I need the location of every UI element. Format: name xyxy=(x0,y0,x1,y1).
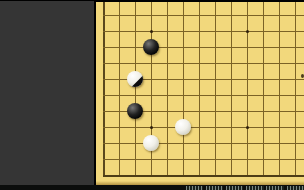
grid-line-vertical xyxy=(103,2,105,177)
black-stone[interactable] xyxy=(127,103,143,119)
taskbar-item[interactable] xyxy=(186,186,203,190)
grid-line-vertical xyxy=(183,2,184,177)
triangle-marker-icon xyxy=(127,71,143,87)
grid-line-horizontal xyxy=(103,175,304,177)
star-point xyxy=(150,126,153,129)
grid-line-horizontal xyxy=(103,47,304,48)
bottom-bar xyxy=(0,185,304,190)
left-panel xyxy=(0,1,94,185)
grid-line-vertical xyxy=(119,2,120,177)
edge-artifact-dot xyxy=(301,74,304,78)
taskbar-item[interactable] xyxy=(266,186,284,190)
grid-line-vertical xyxy=(263,2,264,177)
grid-line-vertical xyxy=(135,2,136,177)
grid-line-horizontal xyxy=(103,127,304,128)
grid-line-vertical xyxy=(279,2,280,177)
grid-line-vertical xyxy=(247,2,248,177)
video-frame: { "game": "go", "position": { "board_siz… xyxy=(0,0,304,190)
grid-line-horizontal xyxy=(103,31,304,32)
taskbar-item[interactable] xyxy=(226,186,243,190)
star-point xyxy=(246,126,249,129)
black-stone[interactable] xyxy=(143,39,159,55)
grid-line-vertical xyxy=(215,2,216,177)
star-point xyxy=(150,30,153,33)
star-point xyxy=(246,30,249,33)
white-stone[interactable] xyxy=(143,135,159,151)
white-stone[interactable] xyxy=(175,119,191,135)
grid-line-horizontal xyxy=(103,63,304,64)
grid-line-horizontal xyxy=(103,95,304,96)
grid-line-vertical xyxy=(295,2,296,177)
taskbar-item[interactable] xyxy=(287,186,304,190)
grid-line-vertical xyxy=(199,2,200,177)
grid-line-horizontal xyxy=(103,159,304,160)
grid-line-vertical xyxy=(231,2,232,177)
white-stone[interactable] xyxy=(127,71,143,87)
grid-line-vertical xyxy=(167,2,168,177)
taskbar-item[interactable] xyxy=(246,186,264,190)
taskbar-item[interactable] xyxy=(206,186,223,190)
grid-line-horizontal xyxy=(103,143,304,144)
go-board-surface[interactable] xyxy=(96,2,304,185)
grid-line-horizontal xyxy=(103,15,304,16)
